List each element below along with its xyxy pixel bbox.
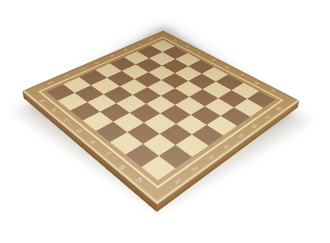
- square-b1: [58, 93, 87, 111]
- square-f4: [160, 105, 190, 124]
- square-h7: [234, 99, 263, 117]
- chess-board: abcdefgh abcdefgh 87654321 87654321: [22, 31, 299, 205]
- square-f1: [110, 132, 143, 154]
- square-h6: [221, 107, 251, 126]
- square-e2: [113, 113, 144, 133]
- square-g2: [143, 133, 176, 155]
- square-h5: [206, 116, 237, 136]
- square-c2: [87, 94, 116, 112]
- square-g5: [190, 106, 220, 125]
- square-c1: [70, 102, 100, 121]
- square-g3: [160, 124, 192, 145]
- square-e3: [130, 104, 160, 123]
- square-h3: [176, 134, 209, 156]
- square-g1: [125, 144, 159, 168]
- square-d3: [117, 95, 146, 113]
- square-h4: [191, 125, 223, 146]
- perspective-scene: abcdefgh abcdefgh 87654321 87654321: [0, 0, 330, 243]
- square-f3: [144, 114, 175, 134]
- square-f2: [128, 123, 160, 144]
- square-d1: [82, 111, 113, 131]
- square-h1: [141, 156, 176, 181]
- square-h2: [159, 145, 193, 169]
- square-e1: [96, 122, 128, 143]
- square-d2: [100, 103, 130, 122]
- board-grid: [46, 40, 275, 181]
- square-g6: [205, 98, 234, 116]
- square-e4: [146, 96, 175, 114]
- square-g4: [175, 115, 206, 135]
- square-f5: [175, 97, 204, 115]
- photo-background: abcdefgh abcdefgh 87654321 87654321: [0, 0, 330, 243]
